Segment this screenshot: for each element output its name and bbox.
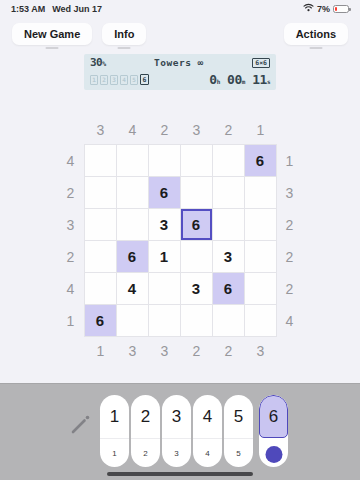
right-clues: 1 3 2 2 2 4 [277,144,303,337]
clue-left: 1 [67,313,75,329]
counter-5: 5 [130,75,138,85]
top-clues: 3 4 2 3 2 1 [84,116,277,144]
grid-cell-r5c4[interactable]: 3 [181,273,212,304]
keypad-button-5[interactable]: 5 5 [224,395,253,467]
grid-cell-r2c6[interactable] [245,177,276,208]
grid-cell-r1c1[interactable] [85,145,116,176]
clue-bottom: 2 [193,343,201,359]
grid-cell-r6c2[interactable] [117,305,148,336]
grid-cell-r4c4[interactable] [181,241,212,272]
number-counters: 1 2 3 4 5 6 [90,74,149,85]
grid-cell-r2c1[interactable] [85,177,116,208]
counter-4: 4 [120,75,128,85]
grid-cell-r1c5[interactable] [213,145,244,176]
clue-right: 2 [286,249,294,265]
clue-right: 2 [286,217,294,233]
keypad-sub-label: 5 [224,439,253,467]
grid-cell-r1c2[interactable] [117,145,148,176]
grid-cell-r1c3[interactable] [149,145,180,176]
keypad-main-label: 6 [259,395,288,438]
actions-button[interactable]: Actions [284,23,348,45]
clue-top: 2 [225,122,233,138]
grid-cell-r4c2[interactable]: 6 [117,241,148,272]
keypad-toolbar: 1 1 2 2 3 3 4 4 5 5 6 [0,383,360,480]
puzzle-board: 3 4 2 3 2 1 4 2 3 2 4 1 6 6 [58,116,303,365]
wifi-icon [303,3,314,14]
battery-percent: 7% [317,4,330,14]
clue-left: 2 [67,249,75,265]
clock-date: Wed Jun 17 [52,4,102,14]
keypad-main-label: 1 [100,395,129,439]
home-indicator[interactable] [107,472,253,476]
grid-cell-r5c2[interactable]: 4 [117,273,148,304]
keypad-sub-label: 4 [193,439,222,467]
board-size-badge: 6×6 [252,58,270,68]
clue-left: 2 [67,185,75,201]
grid-cell-r6c5[interactable] [213,305,244,336]
keypad-sub-label: 2 [131,439,160,467]
number-keypad: 1 1 2 2 3 3 4 4 5 5 6 [100,395,288,467]
clue-top: 3 [97,122,105,138]
game-info-panel: 30% Towers ∞ 6×6 1 2 3 4 5 6 0h 00m 11s [84,54,276,90]
grid-cell-r3c3[interactable]: 3 [149,209,180,240]
clue-bottom: 2 [225,343,233,359]
grid-cell-r3c6[interactable] [245,209,276,240]
grid-cell-r6c4[interactable] [181,305,212,336]
nav-bar: New Game Info Actions [0,15,360,49]
grid-cell-r5c3[interactable] [149,273,180,304]
keypad-button-2[interactable]: 2 2 [131,395,160,467]
grid-cell-r6c1[interactable]: 6 [85,305,116,336]
clue-left: 4 [67,281,75,297]
game-title: Towers ∞ [154,57,204,68]
grid-cell-r1c6[interactable]: 6 [245,145,276,176]
status-bar: 1:53 AM Wed Jun 17 7% [0,0,360,15]
counter-6-active: 6 [140,74,149,85]
grid-cell-r2c3[interactable]: 6 [149,177,180,208]
grid-cell-r4c3[interactable]: 1 [149,241,180,272]
keypad-main-label: 2 [131,395,160,439]
grid-cell-r3c2[interactable] [117,209,148,240]
counter-2: 2 [100,75,108,85]
info-button[interactable]: Info [102,23,146,45]
keypad-main-label: 5 [224,395,253,439]
grid-cell-r6c3[interactable] [149,305,180,336]
keypad-button-6-selected[interactable]: 6 [259,395,288,467]
new-game-button[interactable]: New Game [12,23,92,45]
clue-right: 2 [286,281,294,297]
battery-icon [333,5,349,13]
grid-cell-r3c5[interactable] [213,209,244,240]
keypad-main-label: 3 [162,395,191,439]
clue-right: 4 [286,313,294,329]
clue-left: 3 [67,217,75,233]
clock-time: 1:53 AM [11,4,45,14]
keypad-button-1[interactable]: 1 1 [100,395,129,467]
clue-left: 4 [67,153,75,169]
counter-1: 1 [90,75,98,85]
clue-bottom: 3 [161,343,169,359]
left-clues: 4 2 3 2 4 1 [58,144,84,337]
grid-cell-r3c1[interactable] [85,209,116,240]
keypad-button-3[interactable]: 3 3 [162,395,191,467]
grid-cell-r2c4[interactable] [181,177,212,208]
keypad-main-label: 4 [193,395,222,439]
keypad-sub-label: 1 [100,439,129,467]
grid-cell-r1c4[interactable] [181,145,212,176]
clue-top: 2 [161,122,169,138]
timer-display: 0h 00m 11s [209,72,270,87]
progress-display: 30% [90,56,106,69]
counter-3: 3 [110,75,118,85]
selected-number-dot-icon [265,446,282,463]
grid-cell-r4c6[interactable] [245,241,276,272]
clue-right: 1 [286,153,294,169]
clue-top: 3 [193,122,201,138]
clue-top: 1 [257,122,265,138]
bottom-clues: 1 3 3 2 2 3 [84,337,277,365]
grid: 6 6 3 6 6 1 3 4 3 6 6 [84,144,277,337]
grid-cell-r5c1[interactable] [85,273,116,304]
clue-bottom: 3 [257,343,265,359]
clue-right: 3 [286,185,294,201]
grid-cell-r2c2[interactable] [117,177,148,208]
keypad-sub-label: 3 [162,439,191,467]
clue-bottom: 1 [97,343,105,359]
pencil-icon[interactable] [68,412,92,440]
grid-cell-r4c5[interactable]: 3 [213,241,244,272]
grid-cell-r3c4-selected[interactable]: 6 [181,209,212,240]
grid-cell-r2c5[interactable] [213,177,244,208]
clue-top: 4 [129,122,137,138]
grid-cell-r5c5[interactable]: 6 [213,273,244,304]
grid-cell-r4c1[interactable] [85,241,116,272]
app-screen: 1:53 AM Wed Jun 17 7% New Game Info Acti… [0,0,360,480]
grid-cell-r5c6[interactable] [245,273,276,304]
grid-cell-r6c6[interactable] [245,305,276,336]
clue-bottom: 3 [129,343,137,359]
keypad-button-4[interactable]: 4 4 [193,395,222,467]
